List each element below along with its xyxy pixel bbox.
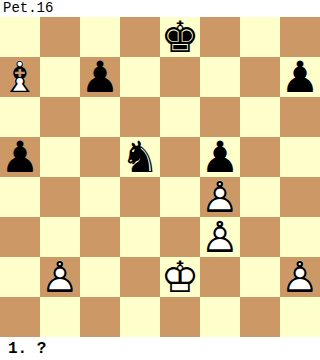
square-a2[interactable] — [0, 257, 40, 297]
square-b7[interactable] — [40, 57, 80, 97]
square-h7[interactable]: ♟ — [280, 57, 320, 97]
black-pawn: ♟ — [0, 137, 40, 177]
square-h5[interactable] — [280, 137, 320, 177]
square-f3[interactable]: ♟♙ — [200, 217, 240, 257]
black-pawn: ♟ — [80, 57, 120, 97]
square-e1[interactable] — [160, 297, 200, 337]
square-g3[interactable] — [240, 217, 280, 257]
square-h8[interactable] — [280, 17, 320, 57]
square-f6[interactable] — [200, 97, 240, 137]
square-d2[interactable] — [120, 257, 160, 297]
square-g8[interactable] — [240, 17, 280, 57]
square-c6[interactable] — [80, 97, 120, 137]
title-bar: Pet.16 — [0, 0, 320, 17]
diagram-label: Pet.16 — [0, 0, 53, 16]
square-d8[interactable] — [120, 17, 160, 57]
square-d7[interactable] — [120, 57, 160, 97]
square-b1[interactable] — [40, 297, 80, 337]
square-e2[interactable]: ♚♔ — [160, 257, 200, 297]
black-king: ♚ — [160, 17, 200, 57]
square-f5[interactable]: ♟ — [200, 137, 240, 177]
square-e3[interactable] — [160, 217, 200, 257]
square-d6[interactable] — [120, 97, 160, 137]
black-pawn: ♟ — [200, 137, 240, 177]
square-h6[interactable] — [280, 97, 320, 137]
square-d5[interactable]: ♞ — [120, 137, 160, 177]
white-pawn: ♙ — [200, 177, 240, 217]
square-e5[interactable] — [160, 137, 200, 177]
square-h1[interactable] — [280, 297, 320, 337]
square-c1[interactable] — [80, 297, 120, 337]
square-c4[interactable] — [80, 177, 120, 217]
footer-bar: 1. ? — [0, 337, 320, 360]
square-h3[interactable] — [280, 217, 320, 257]
white-pawn: ♙ — [200, 217, 240, 257]
square-e4[interactable] — [160, 177, 200, 217]
white-bishop: ♗ — [0, 57, 40, 97]
square-b3[interactable] — [40, 217, 80, 257]
square-b2[interactable]: ♟♙ — [40, 257, 80, 297]
square-f7[interactable] — [200, 57, 240, 97]
square-a6[interactable] — [0, 97, 40, 137]
square-d3[interactable] — [120, 217, 160, 257]
chess-diagram: Pet.16 ♚♝♗♟♟♟♞♟♟♙♟♙♟♙♚♔♟♙ 1. ? — [0, 0, 320, 360]
square-c5[interactable] — [80, 137, 120, 177]
square-d4[interactable] — [120, 177, 160, 217]
square-f4[interactable]: ♟♙ — [200, 177, 240, 217]
move-prompt: 1. ? — [0, 340, 46, 358]
black-knight: ♞ — [120, 137, 160, 177]
square-g6[interactable] — [240, 97, 280, 137]
square-b8[interactable] — [40, 17, 80, 57]
square-a8[interactable] — [0, 17, 40, 57]
square-f2[interactable] — [200, 257, 240, 297]
square-f8[interactable] — [200, 17, 240, 57]
square-a1[interactable] — [0, 297, 40, 337]
square-f1[interactable] — [200, 297, 240, 337]
square-g5[interactable] — [240, 137, 280, 177]
square-e8[interactable]: ♚ — [160, 17, 200, 57]
white-pawn: ♙ — [280, 257, 320, 297]
square-e6[interactable] — [160, 97, 200, 137]
square-c8[interactable] — [80, 17, 120, 57]
square-h4[interactable] — [280, 177, 320, 217]
square-h2[interactable]: ♟♙ — [280, 257, 320, 297]
black-pawn: ♟ — [280, 57, 320, 97]
square-c7[interactable]: ♟ — [80, 57, 120, 97]
square-g7[interactable] — [240, 57, 280, 97]
square-g2[interactable] — [240, 257, 280, 297]
square-b6[interactable] — [40, 97, 80, 137]
square-b4[interactable] — [40, 177, 80, 217]
square-c3[interactable] — [80, 217, 120, 257]
white-king: ♔ — [160, 257, 200, 297]
square-g1[interactable] — [240, 297, 280, 337]
square-e7[interactable] — [160, 57, 200, 97]
square-c2[interactable] — [80, 257, 120, 297]
square-a4[interactable] — [0, 177, 40, 217]
square-a5[interactable]: ♟ — [0, 137, 40, 177]
white-pawn: ♙ — [40, 257, 80, 297]
square-a7[interactable]: ♝♗ — [0, 57, 40, 97]
square-b5[interactable] — [40, 137, 80, 177]
square-g4[interactable] — [240, 177, 280, 217]
square-a3[interactable] — [0, 217, 40, 257]
chess-board: ♚♝♗♟♟♟♞♟♟♙♟♙♟♙♚♔♟♙ — [0, 17, 320, 337]
square-d1[interactable] — [120, 297, 160, 337]
